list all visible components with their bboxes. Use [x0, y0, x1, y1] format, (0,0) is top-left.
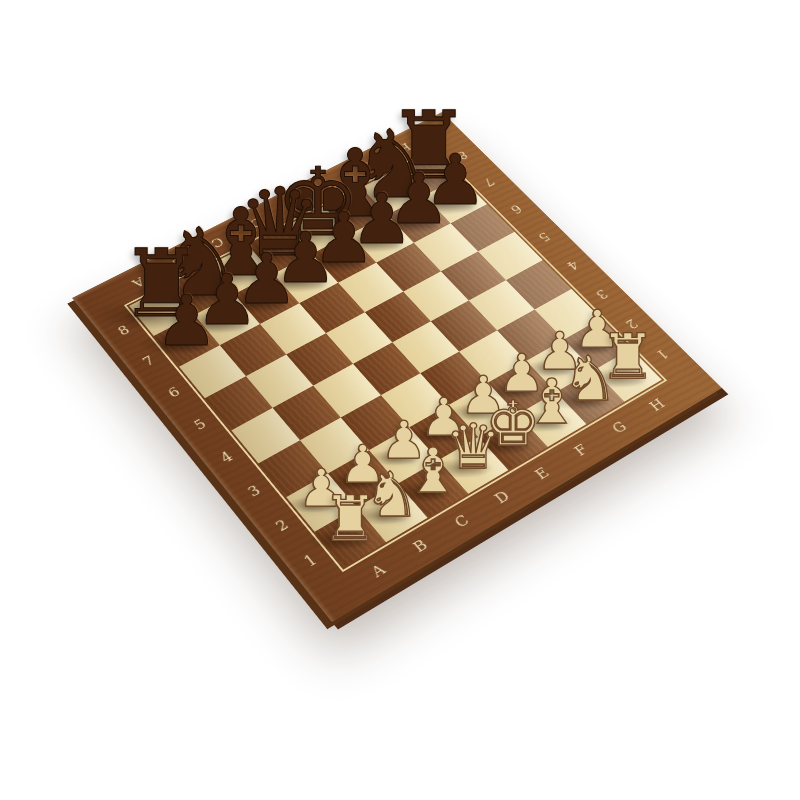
white-rook-a1[interactable]: ♜: [323, 489, 379, 551]
black-pawn-a7[interactable]: ♟: [155, 286, 218, 356]
photo-stage: ABCDEFGH ABCDEFGH 87654321 87654321 ♜♞♝♛…: [0, 0, 800, 800]
pieces-layer: ♜♞♝♛♚♝♞♜♟♟♟♟♟♟♟♟♟♟♟♟♟♟♟♟♜♞♝♛♚♝♞♜: [0, 0, 800, 800]
